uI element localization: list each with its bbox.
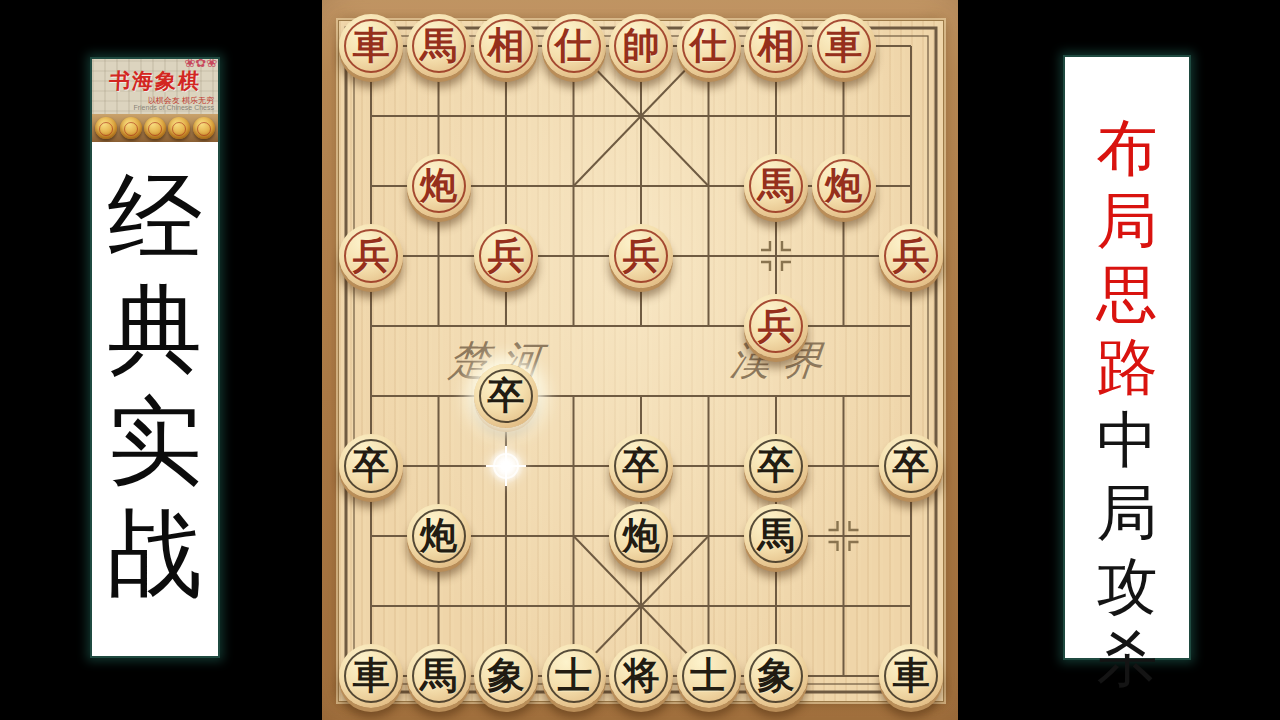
piece-glyph: 馬 (407, 14, 471, 78)
right-caption-black: 中局攻杀 (1065, 404, 1189, 696)
piece-red-elephant[interactable]: 相 (474, 14, 538, 78)
piece-black-soldier[interactable]: 卒 (879, 434, 943, 498)
xiangqi-board: 楚河 漢界 車馬相仕帥仕相車炮馬炮兵兵兵兵兵卒卒卒卒卒炮炮馬車馬象士将士象車 (322, 0, 958, 720)
piece-black-chariot[interactable]: 車 (339, 644, 403, 708)
logo-piece-icon (95, 117, 117, 139)
piece-red-soldier[interactable]: 兵 (474, 224, 538, 288)
pieces-layer: 車馬相仕帥仕相車炮馬炮兵兵兵兵兵卒卒卒卒卒炮炮馬車馬象士将士象車 (339, 21, 943, 701)
piece-red-elephant[interactable]: 相 (744, 14, 808, 78)
piece-glyph: 仕 (677, 14, 741, 78)
logo-piece-icon (144, 117, 166, 139)
piece-black-advisor[interactable]: 士 (542, 644, 606, 708)
piece-glyph: 車 (339, 644, 403, 708)
piece-red-soldier[interactable]: 兵 (339, 224, 403, 288)
piece-red-advisor[interactable]: 仕 (677, 14, 741, 78)
piece-red-horse[interactable]: 馬 (744, 154, 808, 218)
left-banner-panel: ❀✿❀ 书海象棋 以棋会友 棋乐无穷 Friends of Chinese Ch… (90, 57, 220, 658)
piece-red-soldier[interactable]: 兵 (744, 294, 808, 358)
piece-glyph: 兵 (879, 224, 943, 288)
caption-char: 思 (1065, 258, 1189, 331)
piece-black-cannon[interactable]: 炮 (609, 504, 673, 568)
piece-black-soldier[interactable]: 卒 (474, 364, 538, 428)
logo-piece-icon (120, 117, 142, 139)
piece-glyph: 車 (812, 14, 876, 78)
caption-char: 杀 (1065, 623, 1189, 696)
piece-red-horse[interactable]: 馬 (407, 14, 471, 78)
piece-glyph: 卒 (744, 434, 808, 498)
piece-red-soldier[interactable]: 兵 (609, 224, 673, 288)
piece-red-advisor[interactable]: 仕 (542, 14, 606, 78)
piece-glyph: 士 (677, 644, 741, 708)
right-caption-panel: 布局思路 中局攻杀 (1063, 55, 1191, 660)
piece-red-chariot[interactable]: 車 (812, 14, 876, 78)
piece-glyph: 兵 (744, 294, 808, 358)
piece-black-chariot[interactable]: 車 (879, 644, 943, 708)
logo-pieces-photo (92, 114, 218, 142)
caption-char: 典 (92, 274, 218, 386)
caption-char: 局 (1065, 185, 1189, 258)
piece-glyph: 象 (474, 644, 538, 708)
piece-glyph: 炮 (407, 504, 471, 568)
piece-glyph: 相 (474, 14, 538, 78)
piece-glyph: 卒 (339, 434, 403, 498)
caption-char: 经 (92, 162, 218, 274)
app-logo: ❀✿❀ 书海象棋 以棋会友 棋乐无穷 Friends of Chinese Ch… (92, 59, 218, 142)
caption-char: 路 (1065, 331, 1189, 404)
piece-red-cannon[interactable]: 炮 (407, 154, 471, 218)
piece-glyph: 兵 (609, 224, 673, 288)
piece-black-soldier[interactable]: 卒 (744, 434, 808, 498)
board-field[interactable]: 楚河 漢界 車馬相仕帥仕相車炮馬炮兵兵兵兵兵卒卒卒卒卒炮炮馬車馬象士将士象車 (338, 20, 944, 702)
piece-glyph: 象 (744, 644, 808, 708)
piece-black-elephant[interactable]: 象 (474, 644, 538, 708)
caption-char: 实 (92, 386, 218, 498)
logo-piece-icon (168, 117, 190, 139)
piece-glyph: 兵 (474, 224, 538, 288)
app-logo-tagline-en: Friends of Chinese Chess (133, 104, 214, 111)
piece-glyph: 卒 (474, 364, 538, 428)
piece-glyph: 馬 (744, 154, 808, 218)
piece-glyph: 仕 (542, 14, 606, 78)
caption-char: 布 (1065, 112, 1189, 185)
piece-glyph: 兵 (339, 224, 403, 288)
caption-char: 战 (92, 498, 218, 610)
piece-glyph: 将 (609, 644, 673, 708)
piece-black-elephant[interactable]: 象 (744, 644, 808, 708)
piece-black-cannon[interactable]: 炮 (407, 504, 471, 568)
piece-glyph: 帥 (609, 14, 673, 78)
piece-red-cannon[interactable]: 炮 (812, 154, 876, 218)
piece-glyph: 卒 (609, 434, 673, 498)
logo-piece-icon (193, 117, 215, 139)
piece-black-soldier[interactable]: 卒 (339, 434, 403, 498)
piece-glyph: 炮 (609, 504, 673, 568)
piece-glyph: 車 (339, 14, 403, 78)
piece-red-general[interactable]: 帥 (609, 14, 673, 78)
move-sparkle-effect (483, 443, 529, 489)
piece-black-general[interactable]: 将 (609, 644, 673, 708)
caption-char: 局 (1065, 477, 1189, 550)
piece-glyph: 炮 (407, 154, 471, 218)
right-caption-red: 布局思路 (1065, 112, 1189, 404)
piece-black-horse[interactable]: 馬 (407, 644, 471, 708)
piece-glyph: 相 (744, 14, 808, 78)
piece-black-advisor[interactable]: 士 (677, 644, 741, 708)
piece-glyph: 車 (879, 644, 943, 708)
piece-black-soldier[interactable]: 卒 (609, 434, 673, 498)
piece-glyph: 馬 (744, 504, 808, 568)
piece-red-chariot[interactable]: 車 (339, 14, 403, 78)
piece-red-soldier[interactable]: 兵 (879, 224, 943, 288)
piece-glyph: 馬 (407, 644, 471, 708)
piece-black-horse[interactable]: 馬 (744, 504, 808, 568)
left-caption: 经典实战 (92, 162, 218, 610)
piece-glyph: 卒 (879, 434, 943, 498)
app-logo-title: 书海象棋 (92, 67, 218, 95)
caption-char: 中 (1065, 404, 1189, 477)
caption-char: 攻 (1065, 550, 1189, 623)
piece-glyph: 士 (542, 644, 606, 708)
piece-glyph: 炮 (812, 154, 876, 218)
